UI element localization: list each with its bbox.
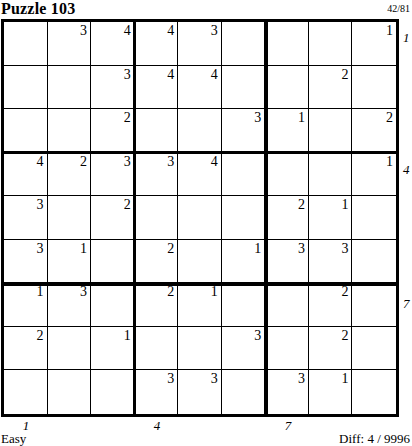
cell-r8c1[interactable]: 2 — [4, 327, 48, 371]
cell-r9c7[interactable]: 3 — [265, 370, 309, 414]
cell-r7c5[interactable]: 1 — [178, 283, 222, 327]
clue-digit: 1 — [124, 329, 131, 342]
cell-r8c5[interactable] — [178, 327, 222, 371]
cell-r6c9[interactable] — [352, 240, 396, 284]
cell-r2c5[interactable]: 4 — [178, 66, 222, 110]
cell-r8c8[interactable]: 2 — [309, 327, 353, 371]
cell-r3c1[interactable] — [4, 109, 48, 153]
cell-r9c8[interactable]: 1 — [309, 370, 353, 414]
clue-digit: 4 — [167, 24, 174, 37]
cell-r6c6[interactable]: 1 — [222, 240, 266, 284]
box-separator-vertical-1 — [133, 19, 136, 417]
cell-r5c1[interactable]: 3 — [4, 196, 48, 240]
cell-r9c5[interactable]: 3 — [178, 370, 222, 414]
cell-r2c8[interactable]: 2 — [309, 66, 353, 110]
cell-r7c9[interactable] — [352, 283, 396, 327]
cell-r3c5[interactable] — [178, 109, 222, 153]
difficulty-label: Easy — [1, 432, 26, 445]
cell-r5c4[interactable] — [135, 196, 179, 240]
cell-r5c2[interactable] — [48, 196, 92, 240]
cell-r5c3[interactable]: 2 — [91, 196, 135, 240]
cell-r7c1[interactable]: 1 — [4, 283, 48, 327]
clue-digit: 1 — [386, 24, 393, 37]
cell-r5c5[interactable] — [178, 196, 222, 240]
cell-r1c6[interactable] — [222, 22, 266, 66]
box-separator-vertical-2 — [265, 19, 268, 417]
cell-r6c5[interactable] — [178, 240, 222, 284]
cell-r4c5[interactable]: 4 — [178, 153, 222, 197]
cell-r2c1[interactable] — [4, 66, 48, 110]
cell-r8c4[interactable] — [135, 327, 179, 371]
puzzle-page: Puzzle 103 42/81 34431344223124233413221… — [0, 0, 412, 446]
clue-digit: 2 — [298, 198, 305, 211]
cell-r4c7[interactable] — [265, 153, 309, 197]
clue-digit: 1 — [80, 242, 87, 255]
cell-r7c8[interactable]: 2 — [309, 283, 353, 327]
clue-digit: 1 — [341, 372, 348, 385]
cell-r9c1[interactable] — [4, 370, 48, 414]
cell-r8c3[interactable]: 1 — [91, 327, 135, 371]
clue-digit: 3 — [298, 242, 305, 255]
cell-r1c9[interactable]: 1 — [352, 22, 396, 66]
cell-r4c6[interactable] — [222, 153, 266, 197]
cell-r1c1[interactable] — [4, 22, 48, 66]
cell-r1c7[interactable] — [265, 22, 309, 66]
clue-digit: 3 — [80, 285, 87, 298]
cell-r5c6[interactable] — [222, 196, 266, 240]
clue-digit: 4 — [124, 24, 131, 37]
cell-r3c7[interactable]: 1 — [265, 109, 309, 153]
clue-digit: 2 — [80, 155, 87, 168]
cell-r6c7[interactable]: 3 — [265, 240, 309, 284]
cell-r7c3[interactable] — [91, 283, 135, 327]
row-label-4: 4 — [403, 163, 412, 176]
clue-digit: 3 — [124, 68, 131, 81]
clue-digit: 3 — [167, 155, 174, 168]
cell-r3c8[interactable] — [309, 109, 353, 153]
clue-digit: 3 — [211, 24, 218, 37]
cell-r4c1[interactable]: 4 — [4, 153, 48, 197]
cell-r6c4[interactable]: 2 — [135, 240, 179, 284]
cell-r9c2[interactable] — [48, 370, 92, 414]
cell-r1c5[interactable]: 3 — [178, 22, 222, 66]
clue-digit: 1 — [341, 198, 348, 211]
clue-digit: 4 — [211, 68, 218, 81]
clue-digit: 3 — [167, 372, 174, 385]
cell-r2c2[interactable] — [48, 66, 92, 110]
clue-digit: 1 — [254, 242, 261, 255]
clue-digit: 2 — [341, 68, 348, 81]
col-label-7: 7 — [266, 419, 310, 432]
cell-r2c7[interactable] — [265, 66, 309, 110]
cell-r7c6[interactable] — [222, 283, 266, 327]
col-label-4: 4 — [135, 419, 179, 432]
clue-digit: 3 — [37, 242, 44, 255]
cell-r8c6[interactable]: 3 — [222, 327, 266, 371]
page-title: Puzzle 103 — [1, 0, 75, 18]
puzzle-board: 3443134422312423341322131213313212213233… — [1, 19, 399, 417]
clue-digit: 2 — [341, 329, 348, 342]
clue-digit: 4 — [37, 155, 44, 168]
cell-r5c7[interactable]: 2 — [265, 196, 309, 240]
cell-r2c9[interactable] — [352, 66, 396, 110]
clue-digit: 2 — [341, 285, 348, 298]
cell-r1c2[interactable]: 3 — [48, 22, 92, 66]
cell-r2c3[interactable]: 3 — [91, 66, 135, 110]
clue-digit: 2 — [37, 329, 44, 342]
clue-digit: 2 — [124, 198, 131, 211]
cell-r8c2[interactable] — [48, 327, 92, 371]
clue-digit: 3 — [341, 242, 348, 255]
cell-r3c4[interactable] — [135, 109, 179, 153]
cell-r1c4[interactable]: 4 — [135, 22, 179, 66]
clue-digit: 4 — [211, 155, 218, 168]
cell-r8c9[interactable] — [352, 327, 396, 371]
cell-r1c3[interactable]: 4 — [91, 22, 135, 66]
cell-r4c8[interactable] — [309, 153, 353, 197]
cell-r6c3[interactable] — [91, 240, 135, 284]
cell-r8c7[interactable] — [265, 327, 309, 371]
cell-r5c8[interactable]: 1 — [309, 196, 353, 240]
difficulty-detail: Diff: 4 / 9996 — [339, 432, 410, 445]
cell-r4c4[interactable]: 3 — [135, 153, 179, 197]
clue-digit: 3 — [37, 198, 44, 211]
cell-r6c8[interactable]: 3 — [309, 240, 353, 284]
clue-digit: 1 — [211, 285, 218, 298]
clue-digit: 3 — [298, 372, 305, 385]
clue-digit: 1 — [386, 155, 393, 168]
cell-r2c4[interactable]: 4 — [135, 66, 179, 110]
cell-r7c7[interactable] — [265, 283, 309, 327]
cell-r9c6[interactable] — [222, 370, 266, 414]
clue-digit: 3 — [211, 372, 218, 385]
cell-r6c1[interactable]: 3 — [4, 240, 48, 284]
clue-digit: 2 — [167, 242, 174, 255]
cell-r9c3[interactable] — [91, 370, 135, 414]
clue-digit: 3 — [254, 329, 261, 342]
cell-r4c2[interactable]: 2 — [48, 153, 92, 197]
clue-digit: 2 — [124, 111, 131, 124]
row-label-7: 7 — [403, 297, 412, 310]
box-separator-horizontal-2 — [1, 283, 399, 286]
cell-r7c2[interactable]: 3 — [48, 283, 92, 327]
cell-r2c6[interactable] — [222, 66, 266, 110]
clue-digit: 4 — [167, 68, 174, 81]
cell-r9c9[interactable] — [352, 370, 396, 414]
cell-r3c3[interactable]: 2 — [91, 109, 135, 153]
row-label-1: 1 — [403, 31, 412, 44]
cell-r1c8[interactable] — [309, 22, 353, 66]
cell-r3c2[interactable] — [48, 109, 92, 153]
filled-cells-counter: 42/81 — [387, 4, 410, 14]
cell-r5c9[interactable] — [352, 196, 396, 240]
box-separator-horizontal-1 — [1, 151, 399, 154]
clue-digit: 2 — [386, 111, 393, 124]
cell-r4c3[interactable]: 3 — [91, 153, 135, 197]
cell-r6c2[interactable]: 1 — [48, 240, 92, 284]
clue-digit: 2 — [167, 285, 174, 298]
cell-r3c9[interactable]: 2 — [352, 109, 396, 153]
cell-r7c4[interactable]: 2 — [135, 283, 179, 327]
clue-digit: 1 — [37, 285, 44, 298]
clue-digit: 1 — [298, 111, 305, 124]
cell-r9c4[interactable]: 3 — [135, 370, 179, 414]
clue-digit: 3 — [254, 111, 261, 124]
clue-digit: 3 — [124, 155, 131, 168]
clue-digit: 3 — [80, 24, 87, 37]
cell-r4c9[interactable]: 1 — [352, 153, 396, 197]
cell-r3c6[interactable]: 3 — [222, 109, 266, 153]
